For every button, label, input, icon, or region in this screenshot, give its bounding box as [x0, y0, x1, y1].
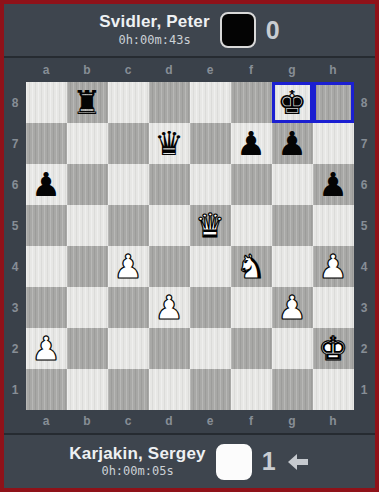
white-color-chip [216, 444, 252, 480]
square-d2[interactable] [149, 328, 190, 369]
rank-label-5: 5 [361, 219, 368, 233]
square-c4[interactable]: ♟ [108, 246, 149, 287]
rank-labels-right: 87654321 [354, 82, 375, 410]
bottom-player-bar: Karjakin, Sergey 0h:00m:05s 1 [4, 435, 375, 488]
square-g1[interactable] [272, 369, 313, 410]
top-player-bar: Svidler, Peter 0h:00m:43s 0 [4, 4, 375, 56]
file-label-a: a [26, 63, 67, 77]
square-d8[interactable] [149, 82, 190, 123]
white-pawn[interactable]: ♟ [149, 287, 190, 328]
square-h1[interactable] [313, 369, 354, 410]
square-e6[interactable] [190, 164, 231, 205]
square-f2[interactable] [231, 328, 272, 369]
file-label-d: d [149, 63, 190, 77]
rank-label-4: 4 [12, 260, 19, 274]
rank-label-8: 8 [12, 96, 19, 110]
file-label-b: b [67, 63, 108, 77]
square-b5[interactable] [67, 205, 108, 246]
square-b3[interactable] [67, 287, 108, 328]
white-queen[interactable]: ♛ [190, 205, 231, 246]
file-label-e: e [190, 414, 231, 428]
square-a7[interactable] [26, 123, 67, 164]
rank-label-8: 8 [361, 96, 368, 110]
white-pawn[interactable]: ♟ [313, 246, 354, 287]
square-d1[interactable] [149, 369, 190, 410]
white-pawn[interactable]: ♟ [26, 328, 67, 369]
top-player-info: Svidler, Peter 0h:00m:43s [99, 13, 210, 47]
square-e2[interactable] [190, 328, 231, 369]
square-a1[interactable] [26, 369, 67, 410]
square-e1[interactable] [190, 369, 231, 410]
square-h2[interactable]: ♚ [313, 328, 354, 369]
square-d6[interactable] [149, 164, 190, 205]
bottom-player-score: 1 [262, 447, 276, 476]
square-f7[interactable]: ♟ [231, 123, 272, 164]
square-a5[interactable] [26, 205, 67, 246]
square-g7[interactable]: ♟ [272, 123, 313, 164]
square-a3[interactable] [26, 287, 67, 328]
rank-label-6: 6 [361, 178, 368, 192]
file-label-c: c [108, 414, 149, 428]
square-g3[interactable]: ♟ [272, 287, 313, 328]
square-c8[interactable] [108, 82, 149, 123]
square-h7[interactable] [313, 123, 354, 164]
square-h5[interactable] [313, 205, 354, 246]
file-label-c: c [108, 63, 149, 77]
square-b4[interactable] [67, 246, 108, 287]
square-e5[interactable]: ♛ [190, 205, 231, 246]
square-f4[interactable]: ♞ [231, 246, 272, 287]
rank-label-5: 5 [12, 219, 19, 233]
square-b7[interactable] [67, 123, 108, 164]
square-c2[interactable] [108, 328, 149, 369]
file-label-b: b [67, 414, 108, 428]
rank-labels-left: 87654321 [5, 82, 26, 410]
black-rook[interactable]: ♜ [67, 82, 108, 123]
rank-label-4: 4 [361, 260, 368, 274]
board-middle: 87654321 ♜♚♛♟♟♟♟♛♟♞♟♟♟♟♚ 87654321 [4, 82, 375, 410]
black-pawn[interactable]: ♟ [26, 164, 67, 205]
file-label-g: g [272, 414, 313, 428]
rank-label-2: 2 [361, 342, 368, 356]
square-g2[interactable] [272, 328, 313, 369]
black-color-chip [220, 12, 256, 48]
square-d4[interactable] [149, 246, 190, 287]
square-e7[interactable] [190, 123, 231, 164]
square-g5[interactable] [272, 205, 313, 246]
square-d7[interactable]: ♛ [149, 123, 190, 164]
square-g4[interactable] [272, 246, 313, 287]
chess-app-window: Svidler, Peter 0h:00m:43s 0 abcdefgh 876… [0, 0, 379, 492]
square-f8[interactable] [231, 82, 272, 123]
square-e8[interactable] [190, 82, 231, 123]
rank-label-2: 2 [12, 342, 19, 356]
file-label-f: f [231, 414, 272, 428]
rank-label-1: 1 [361, 383, 368, 397]
white-pawn[interactable]: ♟ [108, 246, 149, 287]
square-a6[interactable]: ♟ [26, 164, 67, 205]
square-b6[interactable] [67, 164, 108, 205]
bottom-player-info: Karjakin, Sergey 0h:00m:05s [69, 445, 205, 479]
square-c5[interactable] [108, 205, 149, 246]
white-knight[interactable]: ♞ [231, 246, 272, 287]
file-labels-bottom: abcdefgh [4, 410, 375, 431]
square-c3[interactable] [108, 287, 149, 328]
board-section: abcdefgh 87654321 ♜♚♛♟♟♟♟♛♟♞♟♟♟♟♚ 876543… [4, 56, 375, 435]
black-pawn[interactable]: ♟ [272, 123, 313, 164]
left-arrow-icon [286, 452, 310, 472]
square-d3[interactable]: ♟ [149, 287, 190, 328]
square-e3[interactable] [190, 287, 231, 328]
square-c6[interactable] [108, 164, 149, 205]
square-h3[interactable] [313, 287, 354, 328]
top-player-name: Svidler, Peter [99, 13, 210, 32]
square-h6[interactable]: ♟ [313, 164, 354, 205]
square-a8[interactable] [26, 82, 67, 123]
square-c1[interactable] [108, 369, 149, 410]
file-label-g: g [272, 63, 313, 77]
square-b8[interactable]: ♜ [67, 82, 108, 123]
file-label-h: h [313, 63, 354, 77]
rank-label-3: 3 [12, 301, 19, 315]
square-e4[interactable] [190, 246, 231, 287]
square-f3[interactable] [231, 287, 272, 328]
bottom-player-name: Karjakin, Sergey [69, 445, 205, 464]
square-g6[interactable] [272, 164, 313, 205]
rank-label-3: 3 [361, 301, 368, 315]
square-f6[interactable] [231, 164, 272, 205]
square-a4[interactable] [26, 246, 67, 287]
top-player-clock: 0h:00m:43s [99, 34, 210, 47]
file-label-e: e [190, 63, 231, 77]
rank-label-1: 1 [12, 383, 19, 397]
rank-label-7: 7 [12, 137, 19, 151]
file-label-a: a [26, 414, 67, 428]
white-pawn[interactable]: ♟ [272, 287, 313, 328]
square-h4[interactable]: ♟ [313, 246, 354, 287]
square-f5[interactable] [231, 205, 272, 246]
square-c7[interactable] [108, 123, 149, 164]
black-pawn[interactable]: ♟ [313, 164, 354, 205]
black-queen[interactable]: ♛ [149, 123, 190, 164]
file-label-d: d [149, 414, 190, 428]
board: ♜♚♛♟♟♟♟♛♟♞♟♟♟♟♚ [26, 82, 354, 410]
square-a2[interactable]: ♟ [26, 328, 67, 369]
top-player-score: 0 [266, 16, 280, 45]
rank-label-7: 7 [361, 137, 368, 151]
white-king[interactable]: ♚ [313, 328, 354, 369]
file-label-h: h [313, 414, 354, 428]
square-b2[interactable] [67, 328, 108, 369]
square-g8[interactable]: ♚ [272, 82, 313, 123]
square-d5[interactable] [149, 205, 190, 246]
square-f1[interactable] [231, 369, 272, 410]
black-king[interactable]: ♚ [272, 82, 313, 123]
bottom-player-clock: 0h:00m:05s [69, 465, 205, 478]
file-labels-top: abcdefgh [4, 58, 375, 82]
square-h8[interactable] [313, 82, 354, 123]
rank-label-6: 6 [12, 178, 19, 192]
file-label-f: f [231, 63, 272, 77]
black-pawn[interactable]: ♟ [231, 123, 272, 164]
square-b1[interactable] [67, 369, 108, 410]
